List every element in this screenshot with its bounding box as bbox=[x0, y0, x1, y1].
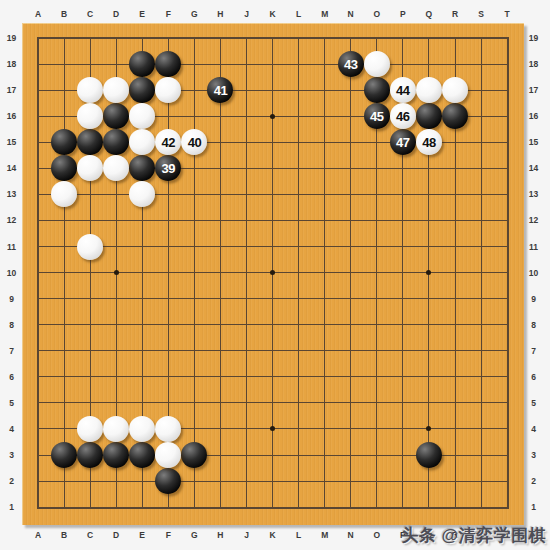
go-diagram-screenshot: AABBCCDDEEFFGGHHJJKKLLMMNNOOPPQQRRSSTT11… bbox=[0, 0, 550, 550]
row-label: 4 bbox=[525, 423, 542, 435]
row-label: 1 bbox=[525, 501, 542, 513]
row-label: 2 bbox=[3, 475, 20, 487]
row-label: 13 bbox=[525, 188, 542, 200]
column-label: D bbox=[108, 8, 124, 20]
row-label: 8 bbox=[3, 319, 20, 331]
row-label: 18 bbox=[3, 58, 20, 70]
row-label: 7 bbox=[525, 345, 542, 357]
row-label: 8 bbox=[525, 319, 542, 331]
row-label: 14 bbox=[3, 162, 20, 174]
row-label: 17 bbox=[525, 84, 542, 96]
column-label: P bbox=[395, 8, 411, 20]
row-label: 3 bbox=[525, 449, 542, 461]
row-label: 9 bbox=[3, 293, 20, 305]
watermark-text: 头条 @清弈学围棋 bbox=[401, 524, 546, 547]
row-label: 3 bbox=[3, 449, 20, 461]
row-label: 11 bbox=[3, 241, 20, 253]
row-label: 6 bbox=[525, 371, 542, 383]
row-label: 12 bbox=[3, 214, 20, 226]
row-label: 13 bbox=[3, 188, 20, 200]
row-label: 2 bbox=[525, 475, 542, 487]
column-label: M bbox=[317, 529, 333, 541]
row-label: 10 bbox=[525, 267, 542, 279]
row-label: 19 bbox=[525, 32, 542, 44]
row-label: 15 bbox=[3, 136, 20, 148]
row-label: 5 bbox=[3, 397, 20, 409]
column-label: N bbox=[343, 529, 359, 541]
row-label: 10 bbox=[3, 267, 20, 279]
column-label: M bbox=[317, 8, 333, 20]
column-label: J bbox=[239, 529, 255, 541]
row-label: 1 bbox=[3, 501, 20, 513]
column-label: H bbox=[212, 529, 228, 541]
row-label: 5 bbox=[525, 397, 542, 409]
column-label: N bbox=[343, 8, 359, 20]
column-label: D bbox=[108, 529, 124, 541]
column-label: L bbox=[291, 529, 307, 541]
row-label: 9 bbox=[525, 293, 542, 305]
go-board bbox=[22, 23, 524, 525]
column-label: L bbox=[291, 8, 307, 20]
row-label: 12 bbox=[525, 214, 542, 226]
row-label: 19 bbox=[3, 32, 20, 44]
column-label: B bbox=[56, 8, 72, 20]
column-label: G bbox=[186, 8, 202, 20]
column-label: C bbox=[82, 529, 98, 541]
row-label: 11 bbox=[525, 241, 542, 253]
column-label: O bbox=[369, 8, 385, 20]
column-label: A bbox=[30, 8, 46, 20]
column-label: J bbox=[239, 8, 255, 20]
column-label: E bbox=[134, 8, 150, 20]
row-label: 7 bbox=[3, 345, 20, 357]
row-label: 4 bbox=[3, 423, 20, 435]
row-label: 6 bbox=[3, 371, 20, 383]
column-label: A bbox=[30, 529, 46, 541]
column-label: G bbox=[186, 529, 202, 541]
row-label: 16 bbox=[525, 110, 542, 122]
column-label: K bbox=[265, 529, 281, 541]
row-label: 16 bbox=[3, 110, 20, 122]
column-label: R bbox=[447, 8, 463, 20]
column-label: K bbox=[265, 8, 281, 20]
row-label: 17 bbox=[3, 84, 20, 96]
column-label: O bbox=[369, 529, 385, 541]
column-label: F bbox=[160, 8, 176, 20]
column-label: F bbox=[160, 529, 176, 541]
row-label: 15 bbox=[525, 136, 542, 148]
column-label: H bbox=[212, 8, 228, 20]
column-label: T bbox=[499, 8, 515, 20]
row-label: 18 bbox=[525, 58, 542, 70]
column-label: Q bbox=[421, 8, 437, 20]
row-label: 14 bbox=[525, 162, 542, 174]
column-label: C bbox=[82, 8, 98, 20]
column-label: S bbox=[473, 8, 489, 20]
column-label: B bbox=[56, 529, 72, 541]
column-label: E bbox=[134, 529, 150, 541]
